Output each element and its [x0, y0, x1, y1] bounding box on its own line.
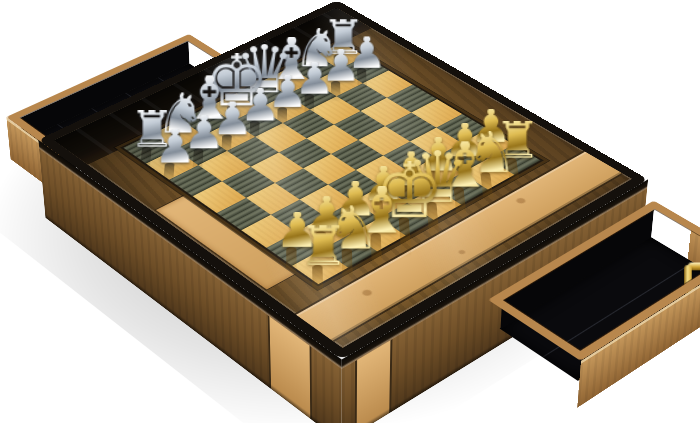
side-inlay-band [355, 339, 393, 423]
chess-set-photo: ♜♞♝♚♛♝♞♜♟♟♟♟♟♟♟♟♟♟♟♟♟♟♟♟♜♞♝♚♛♝♞♜ [0, 0, 700, 423]
piece-reflection [312, 265, 323, 295]
piece-glyph: ♟ [133, 129, 217, 166]
piece-glyph: ♜ [279, 225, 369, 268]
